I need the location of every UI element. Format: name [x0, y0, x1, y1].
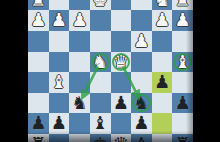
square-g4[interactable]	[49, 52, 70, 73]
square-b3[interactable]	[152, 31, 173, 52]
chess-board[interactable]: ♜♚♞♜♟♟♟♟♟♟♞♛♝♝♟♞♟♞♟♟♟♝♟♜♚♛♝♜	[28, 0, 193, 142]
piece-white-pawn-h2[interactable]: ♟	[28, 10, 49, 31]
piece-black-pawn-g7[interactable]: ♟	[49, 113, 70, 134]
piece-black-pawn-a6[interactable]: ♟	[172, 93, 193, 114]
square-c4[interactable]	[131, 52, 152, 73]
square-b8[interactable]	[152, 134, 173, 142]
square-b7[interactable]	[152, 113, 173, 134]
square-e3[interactable]	[90, 31, 111, 52]
piece-black-king-e8[interactable]: ♚	[90, 134, 111, 142]
piece-white-bishop-a4[interactable]: ♝	[172, 52, 193, 73]
square-e5[interactable]	[90, 72, 111, 93]
piece-black-bishop-e7[interactable]: ♝	[90, 113, 111, 134]
square-e6[interactable]	[90, 93, 111, 114]
piece-black-rook-a8[interactable]: ♜	[172, 134, 193, 142]
square-c5[interactable]	[131, 72, 152, 93]
piece-white-queen-d4[interactable]: ♛	[111, 52, 132, 73]
right-black-bar	[193, 0, 220, 142]
square-d7[interactable]	[111, 113, 132, 134]
piece-black-rook-h8[interactable]: ♜	[28, 134, 49, 142]
square-d5[interactable]	[111, 72, 132, 93]
square-a3[interactable]	[172, 31, 193, 52]
square-a5[interactable]	[172, 72, 193, 93]
piece-white-bishop-g5[interactable]: ♝	[49, 72, 70, 93]
square-d3[interactable]	[111, 31, 132, 52]
square-d2[interactable]	[111, 10, 132, 31]
square-g6[interactable]	[49, 93, 70, 114]
square-h3[interactable]	[28, 31, 49, 52]
piece-black-knight-f6[interactable]: ♞	[69, 93, 90, 114]
square-g3[interactable]	[49, 31, 70, 52]
square-f5[interactable]	[69, 72, 90, 93]
square-a7[interactable]	[172, 113, 193, 134]
square-c1[interactable]	[131, 0, 152, 10]
square-c2[interactable]	[131, 10, 152, 31]
piece-black-queen-d8[interactable]: ♛	[111, 134, 132, 142]
video-frame: ♜♚♞♜♟♟♟♟♟♟♞♛♝♝♟♞♟♞♟♟♟♝♟♜♚♛♝♜	[0, 0, 220, 142]
piece-white-pawn-b2[interactable]: ♟	[152, 10, 173, 31]
square-h5[interactable]	[28, 72, 49, 93]
piece-black-knight-c6[interactable]: ♞	[131, 93, 152, 114]
square-h6[interactable]	[28, 93, 49, 114]
square-f8[interactable]	[69, 134, 90, 142]
square-h4[interactable]	[28, 52, 49, 73]
square-f4[interactable]	[69, 52, 90, 73]
left-black-bar	[0, 0, 28, 142]
square-b6[interactable]	[152, 93, 173, 114]
square-d1[interactable]	[111, 0, 132, 10]
piece-white-king-e1[interactable]: ♚	[90, 0, 111, 10]
square-g8[interactable]	[49, 134, 70, 142]
piece-black-pawn-b5[interactable]: ♟	[152, 72, 173, 93]
piece-white-pawn-f2[interactable]: ♟	[69, 10, 90, 31]
piece-black-pawn-c7[interactable]: ♟	[131, 113, 152, 134]
piece-black-pawn-h7[interactable]: ♟	[28, 113, 49, 134]
square-b4[interactable]	[152, 52, 173, 73]
piece-white-pawn-g2[interactable]: ♟	[49, 10, 70, 31]
piece-white-pawn-a2[interactable]: ♟	[172, 10, 193, 31]
square-f7[interactable]	[69, 113, 90, 134]
piece-white-pawn-c3[interactable]: ♟	[131, 31, 152, 52]
piece-white-knight-e4[interactable]: ♞	[90, 52, 111, 73]
square-e2[interactable]	[90, 10, 111, 31]
piece-black-pawn-d6[interactable]: ♟	[111, 93, 132, 114]
piece-black-bishop-c8[interactable]: ♝	[131, 134, 152, 142]
square-f3[interactable]	[69, 31, 90, 52]
